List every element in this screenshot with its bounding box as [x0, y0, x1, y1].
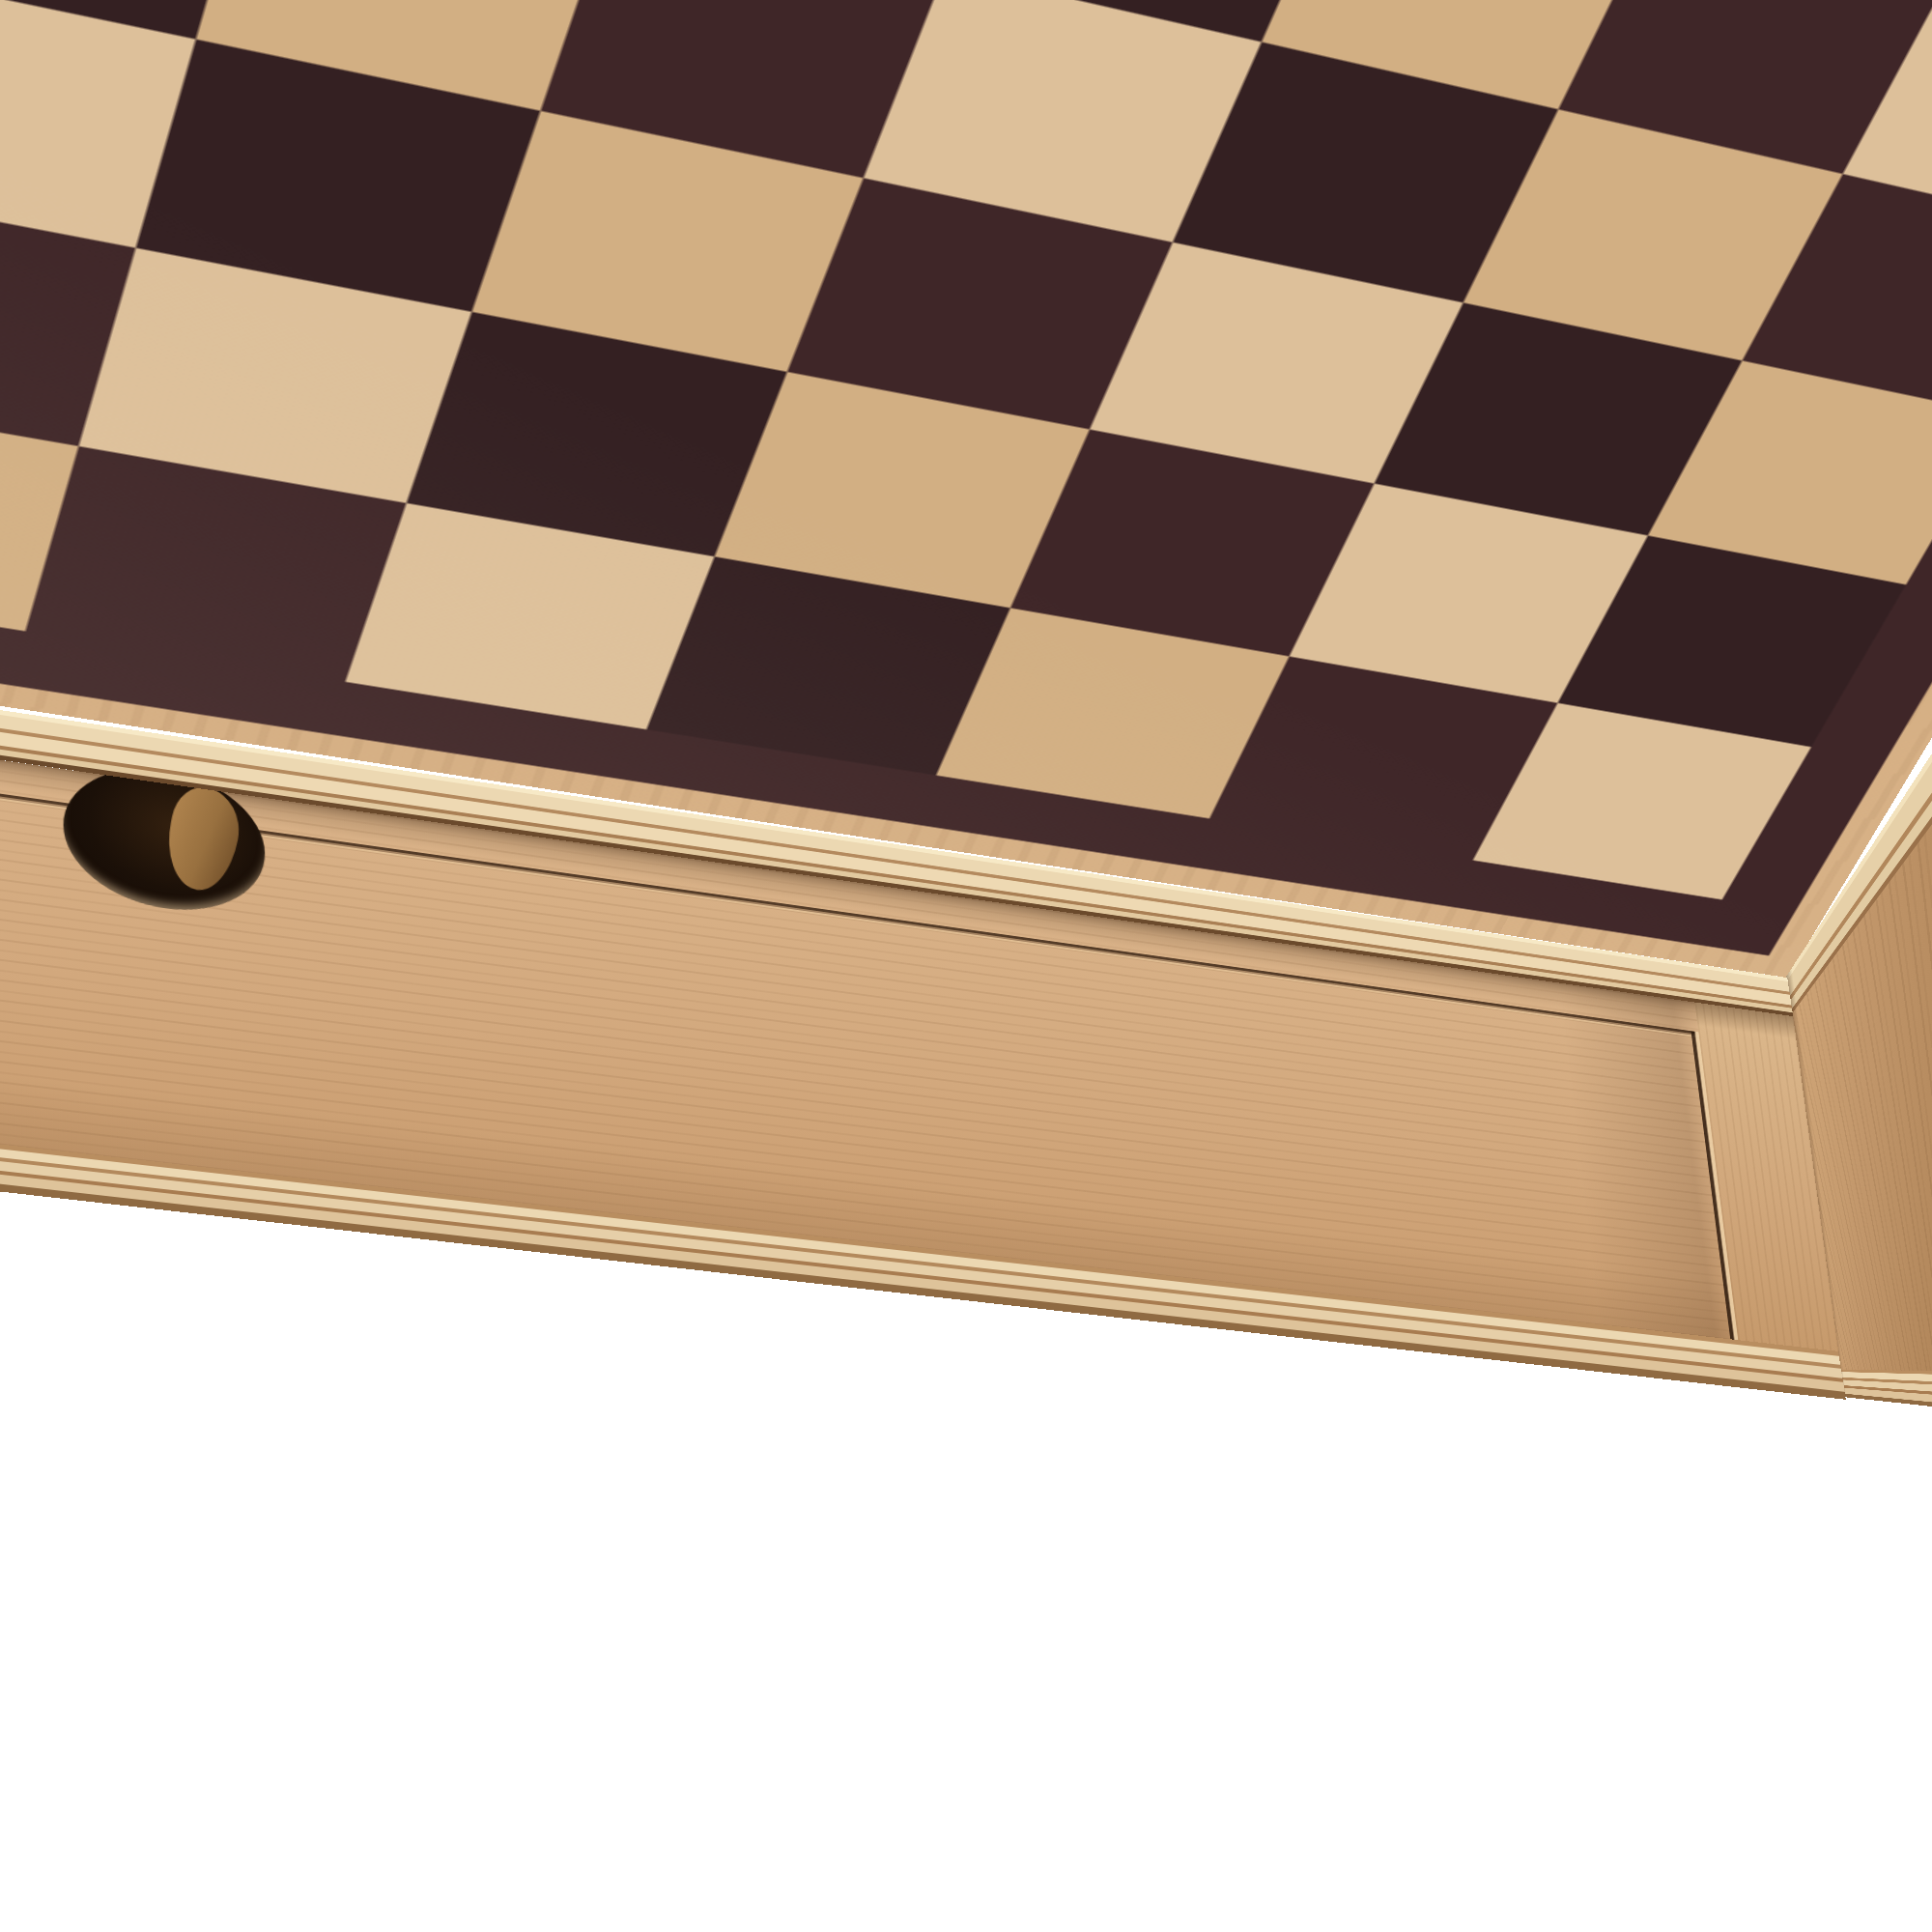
product-photo-scene — [0, 0, 1932, 1932]
drawer-knob — [159, 780, 245, 898]
bottom-edge-right-plywood — [1838, 1369, 1932, 1406]
